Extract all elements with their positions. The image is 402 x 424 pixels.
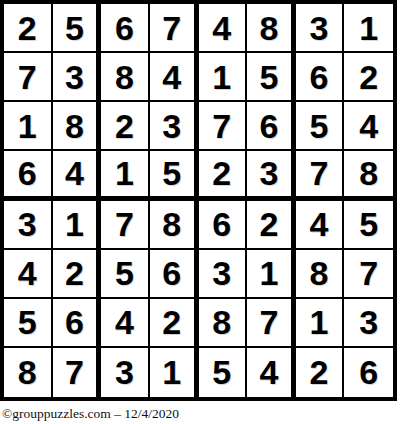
cell-r4c3: 1 [101, 151, 150, 200]
cell-r8c6: 4 [247, 348, 296, 397]
cell-r2c3: 8 [101, 53, 150, 102]
cell-r4c6: 3 [247, 151, 296, 200]
cell-r7c6: 7 [247, 299, 296, 348]
cell-r8c8: 6 [344, 348, 393, 397]
cell-r6c8: 7 [344, 250, 393, 299]
cell-r4c2: 4 [53, 151, 102, 200]
cell-r1c7: 3 [296, 4, 345, 53]
sudoku-board: 2567483173841562182376546415237831786245… [0, 0, 397, 401]
cell-r2c5: 1 [199, 53, 248, 102]
copyright-credit: ©grouppuzzles.com – 12/4/2020 [2, 406, 179, 422]
cell-r1c2: 5 [53, 4, 102, 53]
cell-r6c5: 3 [199, 250, 248, 299]
cell-r2c4: 4 [150, 53, 199, 102]
cell-r2c8: 2 [344, 53, 393, 102]
cell-r7c2: 6 [53, 299, 102, 348]
cell-r2c2: 3 [53, 53, 102, 102]
cell-r5c7: 4 [296, 201, 345, 250]
cell-r1c6: 8 [247, 4, 296, 53]
cell-r8c5: 5 [199, 348, 248, 397]
cell-r5c8: 5 [344, 201, 393, 250]
cell-r4c7: 7 [296, 151, 345, 200]
cell-r6c4: 6 [150, 250, 199, 299]
puzzle-page: 2567483173841562182376546415237831786245… [0, 0, 402, 424]
cell-r5c2: 1 [53, 201, 102, 250]
cell-r4c5: 2 [199, 151, 248, 200]
cell-r8c7: 2 [296, 348, 345, 397]
cell-r4c8: 8 [344, 151, 393, 200]
cell-r5c1: 3 [4, 201, 53, 250]
cell-r8c2: 7 [53, 348, 102, 397]
cell-r1c4: 7 [150, 4, 199, 53]
cell-r8c1: 8 [4, 348, 53, 397]
cell-r3c7: 5 [296, 102, 345, 151]
cell-r6c7: 8 [296, 250, 345, 299]
cell-r3c1: 1 [4, 102, 53, 151]
cell-r7c4: 2 [150, 299, 199, 348]
cell-r8c4: 1 [150, 348, 199, 397]
cell-r2c1: 7 [4, 53, 53, 102]
cell-r3c5: 7 [199, 102, 248, 151]
cell-r5c3: 7 [101, 201, 150, 250]
cell-r6c2: 2 [53, 250, 102, 299]
cell-r6c3: 5 [101, 250, 150, 299]
cell-r3c8: 4 [344, 102, 393, 151]
cell-r4c4: 5 [150, 151, 199, 200]
cell-r1c5: 4 [199, 4, 248, 53]
cell-r3c2: 8 [53, 102, 102, 151]
cell-r3c3: 2 [101, 102, 150, 151]
cell-r4c1: 6 [4, 151, 53, 200]
cell-r7c5: 8 [199, 299, 248, 348]
cell-r6c1: 4 [4, 250, 53, 299]
cell-r7c8: 3 [344, 299, 393, 348]
cell-r5c4: 8 [150, 201, 199, 250]
cell-r6c6: 1 [247, 250, 296, 299]
cell-r3c4: 3 [150, 102, 199, 151]
cell-r5c5: 6 [199, 201, 248, 250]
cell-r1c3: 6 [101, 4, 150, 53]
cell-r2c7: 6 [296, 53, 345, 102]
cell-r1c1: 2 [4, 4, 53, 53]
cell-r2c6: 5 [247, 53, 296, 102]
cell-r7c1: 5 [4, 299, 53, 348]
cell-r5c6: 2 [247, 201, 296, 250]
cell-r7c7: 1 [296, 299, 345, 348]
cell-r3c6: 6 [247, 102, 296, 151]
cell-r7c3: 4 [101, 299, 150, 348]
cell-r8c3: 3 [101, 348, 150, 397]
cell-r1c8: 1 [344, 4, 393, 53]
